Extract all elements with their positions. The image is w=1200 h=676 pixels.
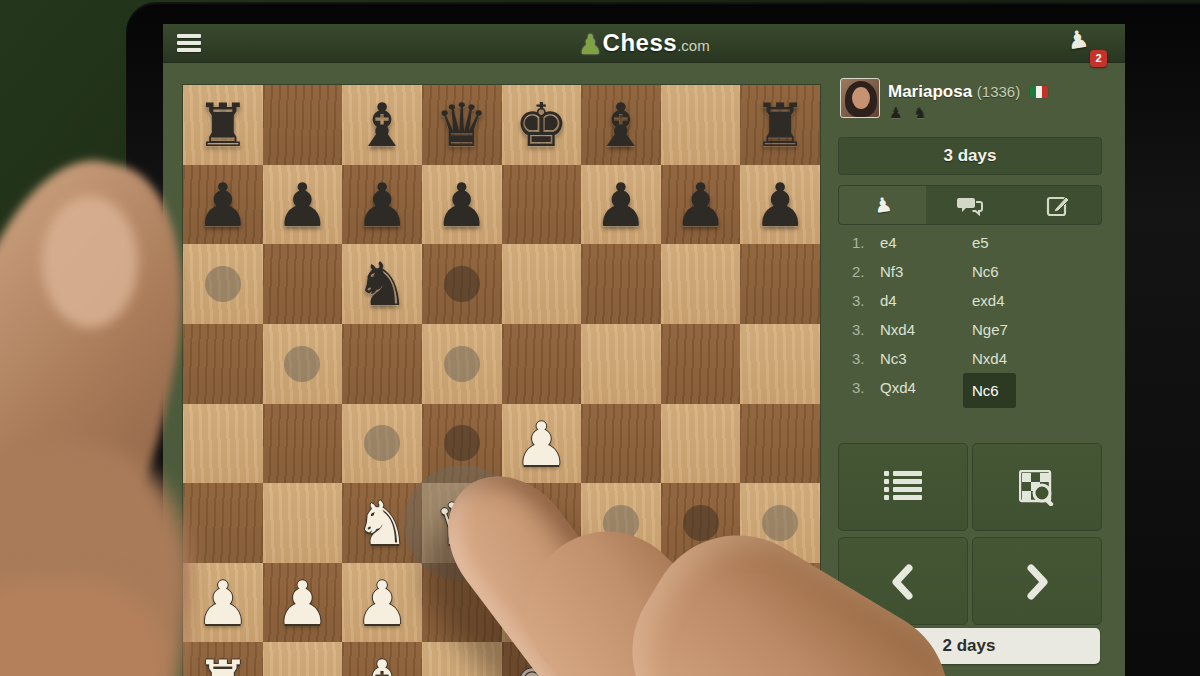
green-pawn-icon: ♟ [578, 29, 602, 60]
move-row: 3.d4exd4 [838, 286, 1100, 315]
square-b4[interactable] [263, 404, 343, 484]
move-hint-dot [762, 505, 798, 541]
square-c4[interactable] [342, 404, 422, 484]
square-a4[interactable] [183, 404, 263, 484]
pawn-icon: ♟ [1065, 24, 1091, 55]
piece-black-bishop[interactable]: ♝ [342, 85, 422, 165]
piece-black-pawn[interactable]: ♟ [183, 165, 263, 245]
move-row: 2.Nf3Nc6 [838, 257, 1100, 286]
black-move[interactable]: e5 [972, 228, 989, 257]
opponent-name: Mariaposa (1336) [888, 82, 1048, 102]
black-move[interactable]: Nxd4 [972, 344, 1007, 373]
square-a5[interactable] [183, 324, 263, 404]
square-b2[interactable]: ♟ [263, 563, 343, 643]
black-move[interactable]: Nc6 [972, 257, 999, 286]
square-a8[interactable]: ♜ [183, 85, 263, 165]
piece-white-bishop[interactable]: ♝ [342, 642, 422, 676]
captured-pieces: ♟ ♞ [889, 104, 930, 122]
white-move[interactable]: d4 [880, 286, 897, 315]
top-app-bar: ♟Chess.com ♟ 2 [163, 24, 1125, 63]
next-move-button[interactable] [972, 537, 1102, 625]
move-list: 1.e4e52.Nf3Nc63.d4exd43.Nxd4Nge73.Nc3Nxd… [838, 228, 1100, 402]
square-f5[interactable] [581, 324, 661, 404]
opponent-clock: 3 days [838, 137, 1102, 175]
white-move[interactable]: e4 [880, 228, 897, 257]
move-hint-dot [444, 266, 480, 302]
move-hint-dot [444, 346, 480, 382]
square-d6[interactable] [422, 244, 502, 324]
alerts-button[interactable]: ♟ 2 [1067, 26, 1101, 60]
square-b3[interactable] [263, 483, 343, 563]
square-h5[interactable] [740, 324, 820, 404]
square-c3[interactable]: ♞ [342, 483, 422, 563]
game-list-button[interactable] [838, 443, 968, 531]
opponent-rating: (1336) [977, 83, 1020, 100]
white-move[interactable]: Nxd4 [880, 315, 915, 344]
analysis-button[interactable] [972, 443, 1102, 531]
piece-black-bishop[interactable]: ♝ [581, 85, 661, 165]
piece-black-queen[interactable]: ♛ [422, 85, 502, 165]
square-b6[interactable] [263, 244, 343, 324]
pawn-icon: ♟ [871, 185, 895, 225]
square-h7[interactable]: ♟ [740, 165, 820, 245]
square-a6[interactable] [183, 244, 263, 324]
move-hint-dot [205, 266, 241, 302]
piece-white-rook[interactable]: ♜ [183, 642, 263, 676]
square-c5[interactable] [342, 324, 422, 404]
square-b8[interactable] [263, 85, 343, 165]
board-search-icon [1019, 470, 1055, 506]
compose-icon [1046, 194, 1070, 218]
square-d8[interactable]: ♛ [422, 85, 502, 165]
square-a7[interactable]: ♟ [183, 165, 263, 245]
square-b7[interactable]: ♟ [263, 165, 343, 245]
move-number: 3. [852, 344, 865, 373]
move-row: 3.Nxd4Nge7 [838, 315, 1100, 344]
chat-bubbles-icon [957, 195, 983, 217]
square-c1[interactable]: ♝ [342, 642, 422, 676]
piece-black-pawn[interactable]: ♟ [342, 165, 422, 245]
white-move[interactable]: Nc3 [880, 344, 907, 373]
square-g5[interactable] [661, 324, 741, 404]
square-g7[interactable]: ♟ [661, 165, 741, 245]
move-hint-dot [444, 425, 480, 461]
logo-text: Chess [603, 29, 678, 56]
square-e5[interactable] [502, 324, 582, 404]
square-g6[interactable] [661, 244, 741, 324]
move-row: 3.Nc3Nxd4 [838, 344, 1100, 373]
move-row: 3.Qxd4Nc6 [838, 373, 1100, 402]
square-f4[interactable] [581, 404, 661, 484]
black-move[interactable]: Nge7 [972, 315, 1008, 344]
white-move[interactable]: Nf3 [880, 257, 903, 286]
square-a3[interactable] [183, 483, 263, 563]
square-c7[interactable]: ♟ [342, 165, 422, 245]
piece-black-pawn[interactable]: ♟ [581, 165, 661, 245]
piece-black-rook[interactable]: ♜ [740, 85, 820, 165]
tab-moves[interactable]: ♟ [839, 186, 926, 224]
square-g8[interactable] [661, 85, 741, 165]
white-move[interactable]: Qxd4 [880, 373, 916, 402]
move-hint-dot [284, 346, 320, 382]
chevron-right-icon [1021, 564, 1053, 600]
piece-black-king[interactable]: ♚ [502, 85, 582, 165]
piece-black-pawn[interactable]: ♟ [263, 165, 343, 245]
move-hint-dot [364, 425, 400, 461]
tab-chat[interactable] [926, 186, 1013, 224]
black-move[interactable]: exd4 [972, 286, 1005, 315]
piece-black-pawn[interactable]: ♟ [740, 165, 820, 245]
list-icon [884, 470, 922, 502]
move-number: 2. [852, 257, 865, 286]
square-b5[interactable] [263, 324, 343, 404]
chess-com-logo: ♟Chess.com [163, 24, 1125, 62]
opponent-avatar[interactable] [840, 78, 880, 118]
tab-compose[interactable] [1014, 186, 1101, 224]
square-b1[interactable] [263, 642, 343, 676]
piece-black-knight[interactable]: ♞ [342, 244, 422, 324]
move-number: 3. [852, 373, 865, 402]
piece-white-pawn[interactable]: ♟ [183, 563, 263, 643]
thumb-nail [42, 196, 138, 328]
square-a1[interactable]: ♜ [183, 642, 263, 676]
square-c6[interactable]: ♞ [342, 244, 422, 324]
square-c2[interactable]: ♟ [342, 563, 422, 643]
move-row: 1.e4e5 [838, 228, 1100, 257]
square-d7[interactable]: ♟ [422, 165, 502, 245]
square-g4[interactable] [661, 404, 741, 484]
move-number: 3. [852, 286, 865, 315]
square-f8[interactable]: ♝ [581, 85, 661, 165]
scene: ♟Chess.com ♟ 2 ♜♝♛♚♝♜♟♟♟♟♟♟♟♞♟♞♛♟♟♟♟♟♟♜♝… [0, 0, 1200, 676]
logo-tld: .com [677, 37, 710, 54]
black-move-selected[interactable]: Nc6 [963, 373, 1016, 408]
move-number: 3. [852, 315, 865, 344]
move-number: 1. [852, 228, 865, 257]
alerts-count-badge: 2 [1090, 50, 1107, 67]
piece-black-rook[interactable]: ♜ [183, 85, 263, 165]
piece-white-pawn[interactable]: ♟ [263, 563, 343, 643]
mexico-flag-icon [1030, 86, 1048, 98]
move-hint-dot [683, 505, 719, 541]
square-a2[interactable]: ♟ [183, 563, 263, 643]
square-f7[interactable]: ♟ [581, 165, 661, 245]
piece-black-pawn[interactable]: ♟ [422, 165, 502, 245]
piece-white-pawn[interactable]: ♟ [502, 404, 582, 484]
square-c8[interactable]: ♝ [342, 85, 422, 165]
square-d5[interactable] [422, 324, 502, 404]
square-e4[interactable]: ♟ [502, 404, 582, 484]
square-e7[interactable] [502, 165, 582, 245]
square-h4[interactable] [740, 404, 820, 484]
square-e8[interactable]: ♚ [502, 85, 582, 165]
square-e6[interactable] [502, 244, 582, 324]
piece-white-pawn[interactable]: ♟ [342, 563, 422, 643]
square-h8[interactable]: ♜ [740, 85, 820, 165]
piece-black-pawn[interactable]: ♟ [661, 165, 741, 245]
square-f6[interactable] [581, 244, 661, 324]
piece-white-knight[interactable]: ♞ [342, 483, 422, 563]
square-h6[interactable] [740, 244, 820, 324]
sidebar-tabs: ♟ [838, 185, 1102, 225]
chevron-left-icon [887, 564, 919, 600]
